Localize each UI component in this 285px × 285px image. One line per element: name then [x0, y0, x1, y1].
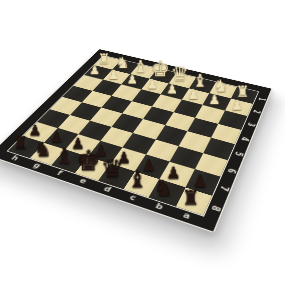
piece-white-bishop-c1: ♝	[189, 72, 211, 89]
board-grid: ♜♞♝♚♛♝♞♜♟♟♟♟♟♟♟♟♟♟♟♟♟♟♟♟♜♞♝♚♛♝♞♜	[8, 56, 258, 216]
piece-white-queen-d1: ♛	[169, 64, 190, 84]
piece-black-pawn-h7: ♟	[23, 123, 48, 138]
piece-white-pawn-b2: ♟	[203, 93, 226, 107]
photo-scene: ♜♞♝♚♛♝♞♜♟♟♟♟♟♟♟♟♟♟♟♟♟♟♟♟♜♞♝♚♛♝♞♜ hgfedcb…	[0, 0, 285, 285]
chess-board: ♜♞♝♚♛♝♞♜♟♟♟♟♟♟♟♟♟♟♟♟♟♟♟♟♜♞♝♚♛♝♞♜ hgfedcb…	[0, 49, 272, 233]
piece-black-rook-h8: ♜	[8, 135, 34, 152]
piece-white-rook-h1: ♜	[94, 52, 114, 66]
square-d8: ♛	[98, 163, 134, 188]
piece-white-knight-b1: ♞	[210, 77, 232, 94]
